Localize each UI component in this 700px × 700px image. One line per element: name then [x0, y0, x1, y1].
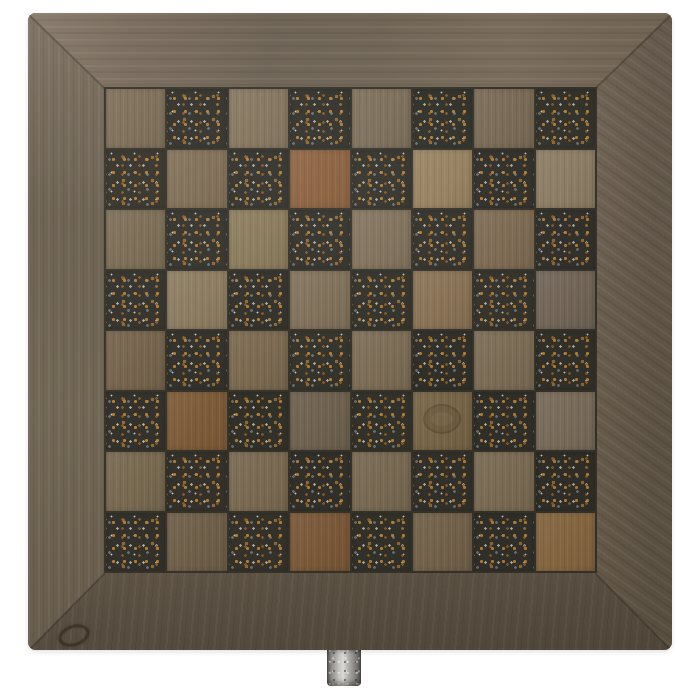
square-f6 — [413, 210, 472, 269]
square-f2 — [413, 452, 472, 511]
square-c6 — [229, 210, 288, 269]
square-d5 — [290, 271, 349, 330]
square-a4 — [106, 331, 165, 390]
square-g4 — [474, 331, 533, 390]
square-d1 — [290, 513, 349, 572]
square-b7 — [167, 150, 226, 209]
square-c8 — [229, 89, 288, 148]
square-a6 — [106, 210, 165, 269]
square-h3 — [536, 392, 595, 451]
square-a2 — [106, 452, 165, 511]
square-d8 — [290, 89, 349, 148]
square-d2 — [290, 452, 349, 511]
playing-area — [104, 87, 597, 573]
square-g6 — [474, 210, 533, 269]
square-e1 — [352, 513, 411, 572]
photo-background — [0, 0, 700, 700]
square-h6 — [536, 210, 595, 269]
metal-peg — [327, 648, 361, 686]
square-b4 — [167, 331, 226, 390]
square-g7 — [474, 150, 533, 209]
square-b8 — [167, 89, 226, 148]
square-c2 — [229, 452, 288, 511]
square-a7 — [106, 150, 165, 209]
square-f7 — [413, 150, 472, 209]
square-h4 — [536, 331, 595, 390]
square-h8 — [536, 89, 595, 148]
square-h1 — [536, 513, 595, 572]
square-f4 — [413, 331, 472, 390]
square-b6 — [167, 210, 226, 269]
square-b1 — [167, 513, 226, 572]
square-g3 — [474, 392, 533, 451]
square-h7 — [536, 150, 595, 209]
square-e5 — [352, 271, 411, 330]
square-g1 — [474, 513, 533, 572]
square-c5 — [229, 271, 288, 330]
square-a5 — [106, 271, 165, 330]
square-e7 — [352, 150, 411, 209]
square-d4 — [290, 331, 349, 390]
square-h5 — [536, 271, 595, 330]
square-c7 — [229, 150, 288, 209]
square-e3 — [352, 392, 411, 451]
square-g8 — [474, 89, 533, 148]
square-b3 — [167, 392, 226, 451]
square-e4 — [352, 331, 411, 390]
square-f8 — [413, 89, 472, 148]
chessboard — [28, 13, 672, 650]
square-e6 — [352, 210, 411, 269]
square-b5 — [167, 271, 226, 330]
square-f5 — [413, 271, 472, 330]
square-g2 — [474, 452, 533, 511]
square-c3 — [229, 392, 288, 451]
square-d3 — [290, 392, 349, 451]
square-c4 — [229, 331, 288, 390]
square-g5 — [474, 271, 533, 330]
square-f1 — [413, 513, 472, 572]
square-a1 — [106, 513, 165, 572]
square-h2 — [536, 452, 595, 511]
square-d7 — [290, 150, 349, 209]
square-f3 — [413, 392, 472, 451]
square-e2 — [352, 452, 411, 511]
square-e8 — [352, 89, 411, 148]
square-a3 — [106, 392, 165, 451]
square-c1 — [229, 513, 288, 572]
square-b2 — [167, 452, 226, 511]
square-d6 — [290, 210, 349, 269]
square-a8 — [106, 89, 165, 148]
